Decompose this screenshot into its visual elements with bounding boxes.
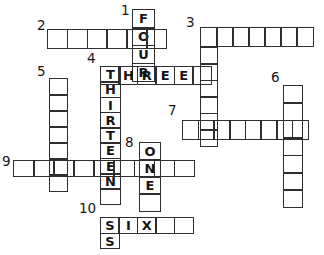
empty-cell-7-across-3[interactable] [229, 120, 246, 140]
empty-cell-3-across-6[interactable] [296, 27, 314, 47]
empty-cell-7-across-0[interactable] [182, 120, 199, 140]
word-strip-7-across [182, 120, 309, 140]
empty-cell-3-down-3[interactable] [200, 96, 218, 114]
empty-cell-7-across-1[interactable] [198, 120, 215, 140]
clue-number-2: 2 [37, 19, 46, 33]
empty-cell-9-across-7[interactable] [154, 160, 176, 177]
word-strip-3-across [200, 27, 314, 47]
word-strip-9-across [13, 160, 195, 177]
empty-cell-3-across-5[interactable] [280, 27, 298, 47]
empty-cell-5-down-1[interactable] [49, 94, 68, 112]
letter-cell-10-across-six-2[interactable]: X [137, 217, 157, 234]
empty-cell-3-across-3[interactable] [248, 27, 266, 47]
empty-cell-7-across-7[interactable] [292, 120, 309, 140]
empty-cell-5-down-2[interactable] [49, 110, 68, 128]
empty-cell-6-down-3[interactable] [283, 137, 303, 156]
clue-number-5: 5 [37, 65, 46, 79]
empty-cell-5-down-0[interactable] [49, 78, 68, 96]
empty-cell-4-across-three-5[interactable] [192, 66, 212, 85]
empty-cell-8-down-one-3[interactable] [139, 193, 161, 212]
empty-cell-9-across-0[interactable] [13, 160, 35, 177]
empty-cell-2-across-2[interactable] [87, 29, 108, 49]
letter-cell-4-across-three-4[interactable]: E [174, 66, 194, 85]
empty-cell-10-across-six-4[interactable] [174, 217, 194, 234]
empty-cell-9-across-8[interactable] [174, 160, 196, 177]
empty-cell-2-across-0[interactable] [47, 29, 68, 49]
letter-cell-4-across-three-1[interactable]: H [118, 66, 138, 85]
crossword-board: FOURHREETHIRTEENONESIXS12345678910 [0, 0, 324, 255]
letter-cell-1-down-four-0[interactable]: F [132, 9, 155, 29]
clue-number-6: 6 [271, 71, 280, 85]
empty-cell-5-down-3[interactable] [49, 126, 68, 144]
letter-cell-10-across-six-1[interactable]: I [118, 217, 138, 234]
empty-cell-2-across-4[interactable] [126, 29, 147, 49]
clue-number-4: 4 [87, 52, 96, 66]
empty-cell-3-across-2[interactable] [232, 27, 250, 47]
empty-cell-7-across-4[interactable] [245, 120, 262, 140]
empty-cell-5-down-4[interactable] [49, 142, 68, 160]
empty-cell-3-down-0[interactable] [200, 47, 218, 65]
empty-cell-9-across-5[interactable] [113, 160, 135, 177]
word-strip-4-down-tail: S [100, 233, 120, 249]
empty-cell-7-across-6[interactable] [276, 120, 293, 140]
clue-number-3: 3 [186, 16, 195, 30]
empty-cell-3-across-4[interactable] [264, 27, 282, 47]
empty-cell-6-down-5[interactable] [283, 172, 303, 191]
empty-cell-6-down-4[interactable] [283, 155, 303, 174]
empty-cell-4-down-thirteen-8[interactable] [100, 188, 121, 205]
letter-cell-4-across-three-2[interactable]: R [137, 66, 157, 85]
empty-cell-6-down-6[interactable] [283, 189, 303, 208]
word-strip-4-down-thirteen: THIRTEEN [100, 66, 121, 205]
clue-number-9: 9 [2, 155, 11, 169]
empty-cell-3-across-0[interactable] [200, 27, 218, 47]
empty-cell-6-down-1[interactable] [283, 102, 303, 121]
empty-cell-9-across-6[interactable] [134, 160, 156, 177]
letter-cell-8-down-one-0[interactable]: O [139, 142, 161, 161]
empty-cell-2-across-3[interactable] [106, 29, 127, 49]
empty-cell-9-across-3[interactable] [73, 160, 95, 177]
letter-cell-8-down-one-2[interactable]: E [139, 176, 161, 195]
empty-cell-2-across-1[interactable] [67, 29, 88, 49]
empty-cell-10-across-six-3[interactable] [155, 217, 175, 234]
empty-cell-7-across-5[interactable] [260, 120, 277, 140]
empty-cell-3-across-1[interactable] [216, 27, 234, 47]
word-strip-2-across [47, 29, 167, 49]
clue-number-10: 10 [79, 202, 96, 216]
empty-cell-9-across-4[interactable] [93, 160, 115, 177]
clue-number-7: 7 [168, 104, 177, 118]
letter-cell-4-down-tail-0[interactable]: S [100, 233, 120, 249]
empty-cell-6-down-0[interactable] [283, 85, 303, 104]
clue-number-8: 8 [125, 136, 134, 150]
word-strip-6-down [283, 85, 303, 208]
letter-cell-4-across-three-3[interactable]: E [155, 66, 175, 85]
clue-number-1: 1 [121, 4, 130, 18]
letter-cell-10-across-six-0[interactable]: S [100, 217, 120, 234]
empty-cell-9-across-2[interactable] [53, 160, 75, 177]
empty-cell-9-across-1[interactable] [33, 160, 55, 177]
word-strip-10-across-six: SIX [100, 217, 194, 234]
empty-cell-2-across-5[interactable] [146, 29, 167, 49]
empty-cell-7-across-2[interactable] [213, 120, 230, 140]
